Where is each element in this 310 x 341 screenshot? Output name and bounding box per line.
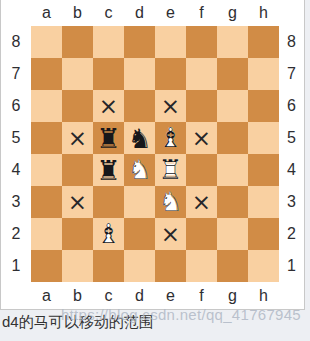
square-d3: [124, 186, 155, 218]
square-f1: [186, 250, 217, 282]
rank-label-left-7: 7: [1, 58, 31, 90]
square-g4: [217, 154, 248, 186]
file-label-top-e: e: [155, 0, 186, 26]
file-label-top-g: g: [217, 0, 248, 26]
square-e8: [155, 26, 186, 58]
square-a8: [31, 26, 62, 58]
square-b4: [62, 154, 93, 186]
white-knight: ♞♘: [124, 154, 155, 186]
rank-label-right-8: 8: [279, 26, 304, 58]
rank-label-left-5: 5: [1, 122, 31, 154]
white-knight-outline: ♘: [155, 186, 186, 218]
file-label-bottom-e: e: [155, 282, 186, 309]
square-e4: ♜♖: [155, 154, 186, 186]
square-f4: [186, 154, 217, 186]
square-e3: ♞♘: [155, 186, 186, 218]
move-target-mark: ×: [192, 127, 211, 150]
white-knight: ♞♘: [155, 186, 186, 218]
black-rook: ♜: [96, 155, 120, 186]
rank-label-left-6: 6: [1, 90, 31, 122]
square-d1: [124, 250, 155, 282]
square-f2: [186, 218, 217, 250]
black-knight: ♞: [127, 123, 151, 154]
file-label-top-a: a: [31, 0, 62, 26]
square-a4: [31, 154, 62, 186]
rank-label-right-1: 1: [279, 250, 304, 282]
square-h1: [248, 250, 279, 282]
square-g2: [217, 218, 248, 250]
square-c4: ♜: [93, 154, 124, 186]
file-label-bottom-c: c: [93, 282, 124, 309]
square-h2: [248, 218, 279, 250]
file-label-bottom-h: h: [248, 282, 279, 309]
square-a2: [31, 218, 62, 250]
square-e1: [155, 250, 186, 282]
square-b2: [62, 218, 93, 250]
square-c1: [93, 250, 124, 282]
square-f5: ×: [186, 122, 217, 154]
square-g6: [217, 90, 248, 122]
move-target-mark: ×: [68, 191, 87, 214]
square-h6: [248, 90, 279, 122]
square-e5: ♝♗: [155, 122, 186, 154]
rank-label-left-4: 4: [1, 154, 31, 186]
square-h8: [248, 26, 279, 58]
square-b1: [62, 250, 93, 282]
square-d7: [124, 58, 155, 90]
square-a7: [31, 58, 62, 90]
white-bishop-outline: ♗: [155, 122, 186, 154]
black-rook: ♜: [96, 123, 120, 154]
square-f8: [186, 26, 217, 58]
file-label-bottom-b: b: [62, 282, 93, 309]
rank-label-right-7: 7: [279, 58, 304, 90]
square-c3: [93, 186, 124, 218]
file-label-top-d: d: [124, 0, 155, 26]
square-b3: ×: [62, 186, 93, 218]
square-d4: ♞♘: [124, 154, 155, 186]
square-e7: [155, 58, 186, 90]
square-a1: [31, 250, 62, 282]
square-a6: [31, 90, 62, 122]
square-g8: [217, 26, 248, 58]
square-c6: ×: [93, 90, 124, 122]
square-g1: [217, 250, 248, 282]
move-target-mark: ×: [161, 95, 180, 118]
file-label-top-f: f: [186, 0, 217, 26]
rank-label-left-2: 2: [1, 218, 31, 250]
square-b5: ×: [62, 122, 93, 154]
square-c8: [93, 26, 124, 58]
square-d8: [124, 26, 155, 58]
file-label-bottom-f: f: [186, 282, 217, 309]
square-f6: [186, 90, 217, 122]
square-a3: [31, 186, 62, 218]
square-f3: ×: [186, 186, 217, 218]
square-d2: [124, 218, 155, 250]
rank-label-right-3: 3: [279, 186, 304, 218]
square-h3: [248, 186, 279, 218]
move-target-mark: ×: [192, 191, 211, 214]
square-d6: [124, 90, 155, 122]
page: aabbccddeeffgghh8877665544332211×××♜♞♝♗×…: [0, 0, 310, 341]
white-bishop-outline: ♗: [93, 218, 124, 250]
square-h7: [248, 58, 279, 90]
diagram-caption: d4的马可以移动的范围: [2, 313, 154, 332]
square-h5: [248, 122, 279, 154]
rank-label-right-6: 6: [279, 90, 304, 122]
file-label-bottom-a: a: [31, 282, 62, 309]
square-e6: ×: [155, 90, 186, 122]
move-target-mark: ×: [68, 127, 87, 150]
square-g7: [217, 58, 248, 90]
file-label-top-c: c: [93, 0, 124, 26]
chess-diagram: aabbccddeeffgghh8877665544332211×××♜♞♝♗×…: [0, 0, 305, 310]
square-g5: [217, 122, 248, 154]
square-g3: [217, 186, 248, 218]
rank-label-right-4: 4: [279, 154, 304, 186]
square-f7: [186, 58, 217, 90]
move-target-mark: ×: [99, 95, 118, 118]
square-h4: [248, 154, 279, 186]
white-bishop: ♝♗: [93, 218, 124, 250]
square-c7: [93, 58, 124, 90]
rank-label-left-8: 8: [1, 26, 31, 58]
file-label-top-h: h: [248, 0, 279, 26]
square-c5: ♜: [93, 122, 124, 154]
file-label-bottom-g: g: [217, 282, 248, 309]
square-b7: [62, 58, 93, 90]
rank-label-left-3: 3: [1, 186, 31, 218]
rank-label-right-5: 5: [279, 122, 304, 154]
rank-label-right-2: 2: [279, 218, 304, 250]
square-b6: [62, 90, 93, 122]
square-c2: ♝♗: [93, 218, 124, 250]
white-knight-outline: ♘: [124, 154, 155, 186]
rank-label-left-1: 1: [1, 250, 31, 282]
move-target-mark: ×: [161, 223, 180, 246]
white-rook-outline: ♖: [155, 154, 186, 186]
white-rook: ♜♖: [155, 154, 186, 186]
square-d5: ♞: [124, 122, 155, 154]
file-label-bottom-d: d: [124, 282, 155, 309]
square-a5: [31, 122, 62, 154]
square-e2: ×: [155, 218, 186, 250]
square-b8: [62, 26, 93, 58]
file-label-top-b: b: [62, 0, 93, 26]
white-bishop: ♝♗: [155, 122, 186, 154]
